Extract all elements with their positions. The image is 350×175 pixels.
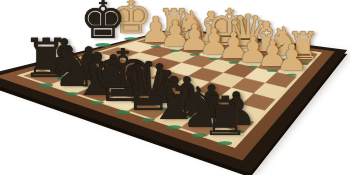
chess-board: [0, 0, 350, 175]
chess-set-photo: ♚♜♞♚♟♝♟♚♟♛♝♟♞♟♜♟♟♟♟♜♟♟♞♟♝♟♚♟♛♟♝♟♞♜: [0, 0, 350, 175]
